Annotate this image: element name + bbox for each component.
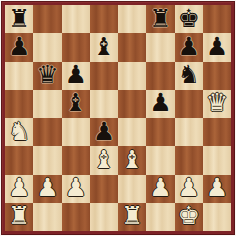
piece-black-pawn: ♟	[8, 34, 30, 59]
piece-white-pawn: ♟	[149, 175, 171, 200]
square-a6[interactable]	[5, 62, 33, 90]
square-h4[interactable]	[203, 118, 231, 146]
piece-black-pawn: ♟	[177, 34, 199, 59]
piece-white-pawn: ♟	[206, 175, 228, 200]
square-g6[interactable]: ♞	[175, 62, 203, 90]
square-g8[interactable]: ♚	[175, 5, 203, 33]
square-e4[interactable]	[118, 118, 146, 146]
square-d5[interactable]	[90, 90, 118, 118]
piece-white-knight: ♞	[8, 119, 30, 144]
square-f8[interactable]: ♜	[146, 5, 174, 33]
piece-white-pawn: ♟	[64, 175, 86, 200]
square-b2[interactable]: ♟	[33, 175, 61, 203]
square-g2[interactable]: ♟	[175, 175, 203, 203]
square-c8[interactable]	[62, 5, 90, 33]
piece-black-king: ♚	[177, 6, 199, 31]
square-b4[interactable]	[33, 118, 61, 146]
square-a5[interactable]	[5, 90, 33, 118]
square-e8[interactable]	[118, 5, 146, 33]
piece-white-pawn: ♟	[177, 175, 199, 200]
square-e7[interactable]	[118, 33, 146, 61]
board-frame: ♜♜♚♟♝♟♟♛♟♞♝♟♛♞♟♝♝♟♟♟♟♟♟♜♜♚	[0, 0, 236, 236]
piece-black-bishop: ♝	[93, 34, 115, 59]
square-c7[interactable]	[62, 33, 90, 61]
square-e5[interactable]	[118, 90, 146, 118]
square-a8[interactable]: ♜	[5, 5, 33, 33]
square-f2[interactable]: ♟	[146, 175, 174, 203]
piece-white-rook: ♜	[121, 203, 143, 228]
square-g5[interactable]	[175, 90, 203, 118]
square-b6[interactable]: ♛	[33, 62, 61, 90]
piece-black-rook: ♜	[8, 6, 30, 31]
piece-black-pawn: ♟	[93, 119, 115, 144]
square-b8[interactable]	[33, 5, 61, 33]
square-b1[interactable]	[33, 203, 61, 231]
piece-black-knight: ♞	[177, 62, 199, 87]
chess-board: ♜♜♚♟♝♟♟♛♟♞♝♟♛♞♟♝♝♟♟♟♟♟♟♜♜♚	[5, 5, 231, 231]
square-e2[interactable]	[118, 175, 146, 203]
piece-white-pawn: ♟	[8, 175, 30, 200]
square-b5[interactable]	[33, 90, 61, 118]
square-h7[interactable]: ♟	[203, 33, 231, 61]
square-h6[interactable]	[203, 62, 231, 90]
square-g3[interactable]	[175, 146, 203, 174]
square-a4[interactable]: ♞	[5, 118, 33, 146]
square-d4[interactable]: ♟	[90, 118, 118, 146]
square-a1[interactable]: ♜	[5, 203, 33, 231]
square-d8[interactable]	[90, 5, 118, 33]
square-h8[interactable]	[203, 5, 231, 33]
square-e1[interactable]: ♜	[118, 203, 146, 231]
piece-black-queen: ♛	[36, 62, 58, 87]
piece-black-pawn: ♟	[149, 90, 171, 115]
square-h5[interactable]: ♛	[203, 90, 231, 118]
square-d7[interactable]: ♝	[90, 33, 118, 61]
square-h3[interactable]	[203, 146, 231, 174]
square-b3[interactable]	[33, 146, 61, 174]
square-e6[interactable]	[118, 62, 146, 90]
square-f7[interactable]	[146, 33, 174, 61]
square-f4[interactable]	[146, 118, 174, 146]
square-f6[interactable]	[146, 62, 174, 90]
square-h1[interactable]	[203, 203, 231, 231]
piece-white-king: ♚	[177, 203, 199, 228]
square-e3[interactable]: ♝	[118, 146, 146, 174]
piece-white-pawn: ♟	[36, 175, 58, 200]
square-d3[interactable]: ♝	[90, 146, 118, 174]
square-f5[interactable]: ♟	[146, 90, 174, 118]
square-f3[interactable]	[146, 146, 174, 174]
piece-black-rook: ♜	[149, 6, 171, 31]
piece-white-rook: ♜	[8, 203, 30, 228]
square-c5[interactable]: ♝	[62, 90, 90, 118]
square-a2[interactable]: ♟	[5, 175, 33, 203]
square-d2[interactable]	[90, 175, 118, 203]
piece-black-bishop: ♝	[64, 90, 86, 115]
square-d1[interactable]	[90, 203, 118, 231]
piece-black-pawn: ♟	[64, 62, 86, 87]
piece-black-pawn: ♟	[206, 34, 228, 59]
square-g1[interactable]: ♚	[175, 203, 203, 231]
square-c3[interactable]	[62, 146, 90, 174]
square-c6[interactable]: ♟	[62, 62, 90, 90]
square-f1[interactable]	[146, 203, 174, 231]
piece-white-queen: ♛	[206, 90, 228, 115]
square-g4[interactable]	[175, 118, 203, 146]
square-a3[interactable]	[5, 146, 33, 174]
square-g7[interactable]: ♟	[175, 33, 203, 61]
square-c1[interactable]	[62, 203, 90, 231]
square-c2[interactable]: ♟	[62, 175, 90, 203]
piece-white-bishop: ♝	[121, 147, 143, 172]
square-b7[interactable]	[33, 33, 61, 61]
square-d6[interactable]	[90, 62, 118, 90]
square-h2[interactable]: ♟	[203, 175, 231, 203]
board-border: ♜♜♚♟♝♟♟♛♟♞♝♟♛♞♟♝♝♟♟♟♟♟♟♜♜♚	[1, 1, 235, 235]
square-a7[interactable]: ♟	[5, 33, 33, 61]
square-c4[interactable]	[62, 118, 90, 146]
piece-white-bishop: ♝	[93, 147, 115, 172]
